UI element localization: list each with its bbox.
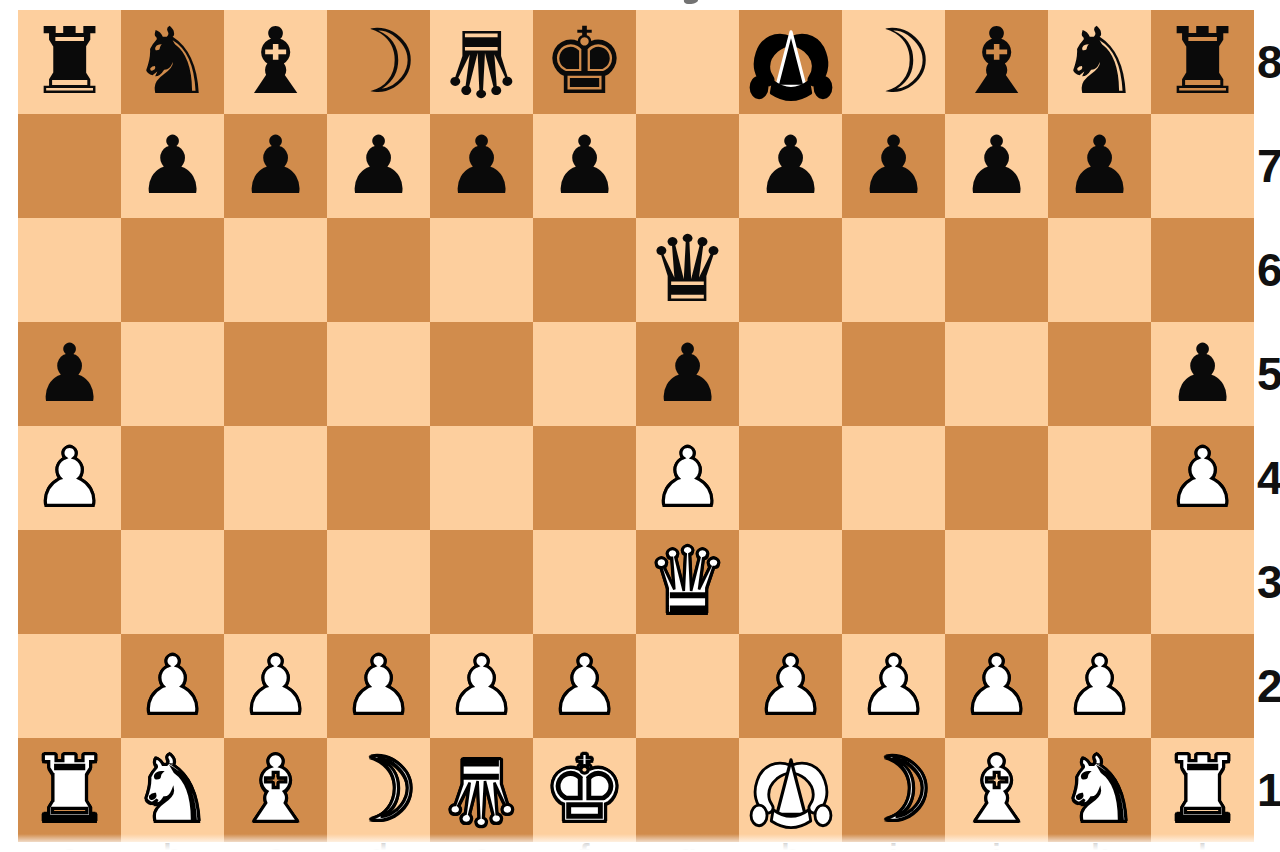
square-l3[interactable] xyxy=(1151,530,1254,634)
square-i8[interactable]: ☽ xyxy=(842,10,945,114)
square-g7[interactable] xyxy=(636,114,739,218)
square-g8[interactable] xyxy=(636,10,739,114)
square-f4[interactable] xyxy=(533,426,636,530)
square-c8[interactable]: ♝ xyxy=(224,10,327,114)
square-c3[interactable] xyxy=(224,530,327,634)
square-i2[interactable]: ♟ xyxy=(842,634,945,738)
square-d5[interactable] xyxy=(327,322,430,426)
square-g4[interactable]: ♟ xyxy=(636,426,739,530)
black-pawn: ♟ xyxy=(137,126,209,206)
black-pawn: ♟ xyxy=(652,334,724,414)
file-label-h: h xyxy=(739,840,842,852)
square-f1[interactable]: ♚ xyxy=(533,738,636,842)
square-e3[interactable] xyxy=(430,530,533,634)
rank-label-7: 7 xyxy=(1257,114,1280,218)
square-b1[interactable]: ♞ xyxy=(121,738,224,842)
white-pawn: ♟ xyxy=(446,646,518,726)
black-pawn: ♟ xyxy=(1167,334,1239,414)
square-f6[interactable] xyxy=(533,218,636,322)
square-e4[interactable] xyxy=(430,426,533,530)
white-pawn: ♟ xyxy=(961,646,1033,726)
rank-label-5: 5 xyxy=(1257,322,1280,426)
square-a1[interactable]: ♜ xyxy=(18,738,121,842)
file-label-c: c xyxy=(224,840,327,852)
file-label-k: k xyxy=(1048,840,1151,852)
square-g1[interactable] xyxy=(636,738,739,842)
square-h8[interactable] xyxy=(739,10,842,114)
square-d7[interactable]: ♟ xyxy=(327,114,430,218)
square-h3[interactable] xyxy=(739,530,842,634)
white-pawn: ♟ xyxy=(652,438,724,518)
file-label-g: g xyxy=(636,840,739,852)
black-rook: ♜ xyxy=(1161,16,1243,108)
black-pawn: ♟ xyxy=(343,126,415,206)
square-j4[interactable] xyxy=(945,426,1048,530)
square-h2[interactable]: ♟ xyxy=(739,634,842,738)
square-l5[interactable]: ♟ xyxy=(1151,322,1254,426)
black-pawn: ♟ xyxy=(240,126,312,206)
rank-label-4: 4 xyxy=(1257,426,1280,530)
square-a7[interactable] xyxy=(18,114,121,218)
square-f2[interactable]: ♟ xyxy=(533,634,636,738)
square-a8[interactable]: ♜ xyxy=(18,10,121,114)
black-pawn: ♟ xyxy=(549,126,621,206)
white-rook: ♜ xyxy=(1161,744,1243,836)
black-rook: ♜ xyxy=(28,16,110,108)
square-b5[interactable] xyxy=(121,322,224,426)
white-king: ♚ xyxy=(543,744,625,836)
file-label-l: l xyxy=(1151,840,1254,852)
square-f7[interactable]: ♟ xyxy=(533,114,636,218)
square-l6[interactable] xyxy=(1151,218,1254,322)
square-e8[interactable]: ♛ xyxy=(430,10,533,114)
rank-label-3: 3 xyxy=(1257,530,1280,634)
square-f5[interactable] xyxy=(533,322,636,426)
black-man: ♛ xyxy=(440,16,522,108)
square-b3[interactable] xyxy=(121,530,224,634)
square-c5[interactable] xyxy=(224,322,327,426)
square-j5[interactable] xyxy=(945,322,1048,426)
square-a6[interactable] xyxy=(18,218,121,322)
square-j2[interactable]: ♟ xyxy=(945,634,1048,738)
square-i1[interactable]: ☽ xyxy=(842,738,945,842)
square-h4[interactable] xyxy=(739,426,842,530)
white-pawn: ♟ xyxy=(1167,438,1239,518)
square-i6[interactable] xyxy=(842,218,945,322)
square-j3[interactable] xyxy=(945,530,1048,634)
file-label-d: d xyxy=(327,840,430,852)
square-c2[interactable]: ♟ xyxy=(224,634,327,738)
square-d4[interactable] xyxy=(327,426,430,530)
square-j6[interactable] xyxy=(945,218,1048,322)
square-l2[interactable] xyxy=(1151,634,1254,738)
black-king: ♚ xyxy=(543,16,625,108)
rank-label-6: 6 xyxy=(1257,218,1280,322)
square-i4[interactable] xyxy=(842,426,945,530)
square-i7[interactable]: ♟ xyxy=(842,114,945,218)
square-k8[interactable]: ♞ xyxy=(1048,10,1151,114)
square-f8[interactable]: ♚ xyxy=(533,10,636,114)
square-h6[interactable] xyxy=(739,218,842,322)
black-jester xyxy=(744,15,838,109)
square-h7[interactable]: ♟ xyxy=(739,114,842,218)
square-j8[interactable]: ♝ xyxy=(945,10,1048,114)
white-courier-crescent: ☽ xyxy=(854,746,933,834)
rank-label-2: 2 xyxy=(1257,634,1280,738)
square-g2[interactable] xyxy=(636,634,739,738)
square-e5[interactable] xyxy=(430,322,533,426)
black-pawn: ♟ xyxy=(961,126,1033,206)
file-label-a: a xyxy=(18,840,121,852)
square-i3[interactable] xyxy=(842,530,945,634)
black-bishop: ♝ xyxy=(234,16,316,108)
white-bishop: ♝ xyxy=(955,744,1037,836)
square-b6[interactable] xyxy=(121,218,224,322)
rank-label-1: 1 xyxy=(1257,738,1280,842)
square-j7[interactable]: ♟ xyxy=(945,114,1048,218)
square-c7[interactable]: ♟ xyxy=(224,114,327,218)
square-a4[interactable]: ♟ xyxy=(18,426,121,530)
white-pawn: ♟ xyxy=(549,646,621,726)
black-courier-crescent: ☽ xyxy=(339,18,418,106)
square-d1[interactable]: ☽ xyxy=(327,738,430,842)
rank-label-8: 8 xyxy=(1257,10,1280,114)
square-f3[interactable] xyxy=(533,530,636,634)
black-pawn: ♟ xyxy=(755,126,827,206)
white-pawn: ♟ xyxy=(240,646,312,726)
black-pawn: ♟ xyxy=(858,126,930,206)
white-pawn: ♟ xyxy=(34,438,106,518)
square-k7[interactable]: ♟ xyxy=(1048,114,1151,218)
square-k5[interactable] xyxy=(1048,322,1151,426)
square-e7[interactable]: ♟ xyxy=(430,114,533,218)
square-d8[interactable]: ☽ xyxy=(327,10,430,114)
black-courier-crescent: ☽ xyxy=(854,18,933,106)
square-c1[interactable]: ♝ xyxy=(224,738,327,842)
square-k6[interactable] xyxy=(1048,218,1151,322)
square-a5[interactable]: ♟ xyxy=(18,322,121,426)
file-label-i: i xyxy=(842,840,945,852)
white-rook: ♜ xyxy=(28,744,110,836)
square-b2[interactable]: ♟ xyxy=(121,634,224,738)
square-j1[interactable]: ♝ xyxy=(945,738,1048,842)
square-d2[interactable]: ♟ xyxy=(327,634,430,738)
black-pawn: ♟ xyxy=(446,126,518,206)
square-g3[interactable]: ♛ xyxy=(636,530,739,634)
black-bishop: ♝ xyxy=(955,16,1037,108)
board: ♜♞♝☽♛♚☽♝♞♜♟♟♟♟♟♟♟♟♟♛♟♟♟♟♟♟♛♟♟♟♟♟♟♟♟♟♜♞♝☽… xyxy=(18,10,1254,842)
white-pawn: ♟ xyxy=(343,646,415,726)
square-g6[interactable]: ♛ xyxy=(636,218,739,322)
square-l1[interactable]: ♜ xyxy=(1151,738,1254,842)
square-e2[interactable]: ♟ xyxy=(430,634,533,738)
square-b4[interactable] xyxy=(121,426,224,530)
cutoff-caption-artifact xyxy=(684,0,699,5)
white-courier-crescent: ☽ xyxy=(339,746,418,834)
square-l7[interactable] xyxy=(1151,114,1254,218)
square-b8[interactable]: ♞ xyxy=(121,10,224,114)
square-k3[interactable] xyxy=(1048,530,1151,634)
square-k2[interactable]: ♟ xyxy=(1048,634,1151,738)
white-pawn: ♟ xyxy=(1064,646,1136,726)
file-label-f: f xyxy=(533,840,636,852)
square-e1[interactable]: ♛ xyxy=(430,738,533,842)
square-b7[interactable]: ♟ xyxy=(121,114,224,218)
square-h1[interactable] xyxy=(739,738,842,842)
white-knight: ♞ xyxy=(131,744,213,836)
black-pawn: ♟ xyxy=(1064,126,1136,206)
square-k1[interactable]: ♞ xyxy=(1048,738,1151,842)
square-l4[interactable]: ♟ xyxy=(1151,426,1254,530)
file-label-j: j xyxy=(945,840,1048,852)
white-pawn: ♟ xyxy=(858,646,930,726)
square-d6[interactable] xyxy=(327,218,430,322)
white-bishop: ♝ xyxy=(234,744,316,836)
file-label-e: e xyxy=(430,840,533,852)
square-k4[interactable] xyxy=(1048,426,1151,530)
square-a3[interactable] xyxy=(18,530,121,634)
square-g5[interactable]: ♟ xyxy=(636,322,739,426)
white-knight: ♞ xyxy=(1058,744,1140,836)
black-knight: ♞ xyxy=(1058,16,1140,108)
white-pawn: ♟ xyxy=(137,646,209,726)
file-label-b: b xyxy=(121,840,224,852)
black-pawn: ♟ xyxy=(34,334,106,414)
square-e6[interactable] xyxy=(430,218,533,322)
square-l8[interactable]: ♜ xyxy=(1151,10,1254,114)
black-knight: ♞ xyxy=(131,16,213,108)
white-queen: ♛ xyxy=(646,536,728,628)
black-queen: ♛ xyxy=(646,224,728,316)
square-i5[interactable] xyxy=(842,322,945,426)
square-d3[interactable] xyxy=(327,530,430,634)
square-c6[interactable] xyxy=(224,218,327,322)
square-h5[interactable] xyxy=(739,322,842,426)
square-c4[interactable] xyxy=(224,426,327,530)
white-man: ♛ xyxy=(440,744,522,836)
square-a2[interactable] xyxy=(18,634,121,738)
white-pawn: ♟ xyxy=(755,646,827,726)
white-jester xyxy=(744,743,838,837)
